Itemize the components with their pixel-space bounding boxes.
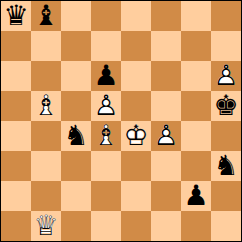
square-d6[interactable]: ♟: [91, 61, 121, 91]
square-d7[interactable]: [91, 31, 121, 61]
square-g1[interactable]: [181, 211, 211, 241]
square-h7[interactable]: [211, 31, 241, 61]
square-g6[interactable]: [181, 61, 211, 91]
square-c8[interactable]: [61, 1, 91, 31]
square-h6[interactable]: ♟♙: [211, 61, 241, 91]
square-h2[interactable]: [211, 181, 241, 211]
square-b5[interactable]: ♝♗: [31, 91, 61, 121]
chessboard-container: ♛♝♟♟♙♝♗♟♙♚♞♝♗♚♔♟♙♞♟♛♕: [0, 0, 242, 242]
square-g8[interactable]: [181, 1, 211, 31]
square-e8[interactable]: [121, 1, 151, 31]
square-c1[interactable]: [61, 211, 91, 241]
square-a6[interactable]: [1, 61, 31, 91]
black-pawn: ♟: [91, 61, 121, 91]
square-d1[interactable]: [91, 211, 121, 241]
square-f5[interactable]: [151, 91, 181, 121]
square-f6[interactable]: [151, 61, 181, 91]
white-king: ♚♔: [121, 121, 151, 151]
white-queen: ♛♕: [31, 211, 61, 241]
square-g2[interactable]: ♟: [181, 181, 211, 211]
square-b1[interactable]: ♛♕: [31, 211, 61, 241]
square-h3[interactable]: ♞: [211, 151, 241, 181]
square-b3[interactable]: [31, 151, 61, 181]
square-b6[interactable]: [31, 61, 61, 91]
square-f1[interactable]: [151, 211, 181, 241]
white-pawn: ♟♙: [151, 121, 181, 151]
square-e2[interactable]: [121, 181, 151, 211]
square-a2[interactable]: [1, 181, 31, 211]
square-a7[interactable]: [1, 31, 31, 61]
square-h5[interactable]: ♚: [211, 91, 241, 121]
square-c5[interactable]: [61, 91, 91, 121]
square-d3[interactable]: [91, 151, 121, 181]
square-c2[interactable]: [61, 181, 91, 211]
square-g7[interactable]: [181, 31, 211, 61]
square-e1[interactable]: [121, 211, 151, 241]
square-a1[interactable]: [1, 211, 31, 241]
square-c6[interactable]: [61, 61, 91, 91]
square-h8[interactable]: [211, 1, 241, 31]
black-queen: ♛: [1, 1, 31, 31]
square-e5[interactable]: [121, 91, 151, 121]
square-e7[interactable]: [121, 31, 151, 61]
black-pawn: ♟: [181, 181, 211, 211]
black-king: ♚: [211, 91, 241, 121]
square-c7[interactable]: [61, 31, 91, 61]
square-a4[interactable]: [1, 121, 31, 151]
black-knight: ♞: [211, 151, 241, 181]
square-g4[interactable]: [181, 121, 211, 151]
square-h4[interactable]: [211, 121, 241, 151]
white-pawn: ♟♙: [91, 91, 121, 121]
square-d5[interactable]: ♟♙: [91, 91, 121, 121]
square-c3[interactable]: [61, 151, 91, 181]
square-c4[interactable]: ♞: [61, 121, 91, 151]
square-f3[interactable]: [151, 151, 181, 181]
square-b4[interactable]: [31, 121, 61, 151]
black-knight: ♞: [61, 121, 91, 151]
white-bishop: ♝♗: [91, 121, 121, 151]
square-f4[interactable]: ♟♙: [151, 121, 181, 151]
square-f7[interactable]: [151, 31, 181, 61]
square-d8[interactable]: [91, 1, 121, 31]
square-g3[interactable]: [181, 151, 211, 181]
chess-board: ♛♝♟♟♙♝♗♟♙♚♞♝♗♚♔♟♙♞♟♛♕: [0, 0, 242, 242]
square-a8[interactable]: ♛: [1, 1, 31, 31]
square-b8[interactable]: ♝: [31, 1, 61, 31]
square-b2[interactable]: [31, 181, 61, 211]
square-d2[interactable]: [91, 181, 121, 211]
square-f8[interactable]: [151, 1, 181, 31]
white-bishop: ♝♗: [31, 91, 61, 121]
square-d4[interactable]: ♝♗: [91, 121, 121, 151]
square-e4[interactable]: ♚♔: [121, 121, 151, 151]
square-e6[interactable]: [121, 61, 151, 91]
square-e3[interactable]: [121, 151, 151, 181]
square-f2[interactable]: [151, 181, 181, 211]
square-h1[interactable]: [211, 211, 241, 241]
square-a5[interactable]: [1, 91, 31, 121]
black-bishop: ♝: [31, 1, 61, 31]
square-a3[interactable]: [1, 151, 31, 181]
square-b7[interactable]: [31, 31, 61, 61]
square-g5[interactable]: [181, 91, 211, 121]
white-pawn: ♟♙: [211, 61, 241, 91]
